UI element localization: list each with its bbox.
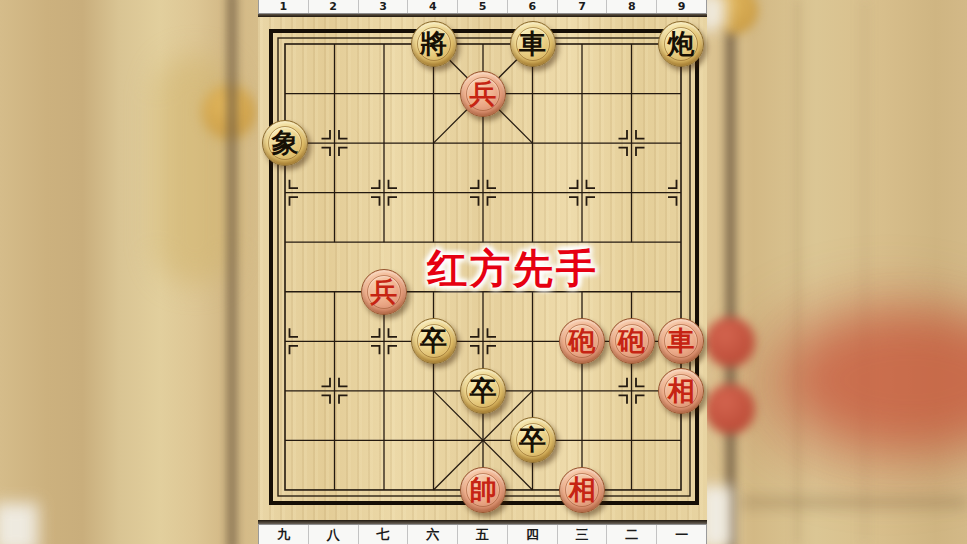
file-label: 四 bbox=[508, 525, 558, 544]
piece-glyph: 相 bbox=[569, 467, 596, 513]
piece-red-elephant-1[interactable]: 相 bbox=[658, 368, 704, 414]
backdrop-right-border-smudge bbox=[740, 498, 967, 507]
backdrop-left-board-edge-blur bbox=[228, 0, 236, 544]
piece-red-soldier-2[interactable]: 兵 bbox=[361, 269, 407, 315]
backdrop-right-board-edge-blur bbox=[726, 0, 735, 544]
piece-red-elephant-2[interactable]: 相 bbox=[559, 467, 605, 513]
file-label: 8 bbox=[607, 0, 657, 13]
red-moves-first-banner: 红方先手 bbox=[427, 241, 599, 296]
piece-black-soldier-2[interactable]: 卒 bbox=[460, 368, 506, 414]
file-label: 九 bbox=[259, 525, 309, 544]
game-panel: 123456789 將車炮兵象兵卒砲砲車卒相卒帥相 红方先手 九八七六五四三二一 bbox=[258, 0, 707, 544]
piece-red-cannon-2[interactable]: 砲 bbox=[609, 318, 655, 364]
file-label: 3 bbox=[359, 0, 409, 13]
piece-red-chariot[interactable]: 車 bbox=[658, 318, 704, 364]
file-label: 五 bbox=[458, 525, 508, 544]
piece-glyph: 車 bbox=[668, 318, 695, 364]
file-label: 六 bbox=[408, 525, 458, 544]
piece-red-soldier-1[interactable]: 兵 bbox=[460, 71, 506, 117]
file-label: 2 bbox=[309, 0, 359, 13]
piece-glyph: 兵 bbox=[470, 71, 497, 117]
file-label: 7 bbox=[558, 0, 608, 13]
file-label: 1 bbox=[259, 0, 309, 13]
file-label: 二 bbox=[607, 525, 657, 544]
piece-glyph: 象 bbox=[272, 120, 299, 166]
piece-glyph: 將 bbox=[420, 21, 447, 67]
backdrop-left-strip-blur bbox=[0, 503, 38, 544]
file-label: 一 bbox=[657, 525, 706, 544]
file-label: 七 bbox=[359, 525, 409, 544]
piece-glyph: 炮 bbox=[668, 21, 695, 67]
piece-red-general[interactable]: 帥 bbox=[460, 467, 506, 513]
backdrop-right-red-piece-blur-1 bbox=[705, 317, 755, 367]
piece-glyph: 卒 bbox=[420, 318, 447, 364]
backdrop-right-red-piece-blur-2 bbox=[705, 384, 755, 434]
piece-glyph: 車 bbox=[519, 21, 546, 67]
piece-black-chariot[interactable]: 車 bbox=[510, 21, 556, 67]
piece-glyph: 相 bbox=[668, 368, 695, 414]
piece-glyph: 卒 bbox=[470, 368, 497, 414]
piece-red-cannon-1[interactable]: 砲 bbox=[559, 318, 605, 364]
piece-glyph: 帥 bbox=[470, 467, 497, 513]
file-numbers-bottom: 九八七六五四三二一 bbox=[258, 524, 707, 544]
file-label: 9 bbox=[657, 0, 706, 13]
backdrop-right-grid-smudge bbox=[795, 0, 800, 544]
file-numbers-top: 123456789 bbox=[258, 0, 707, 14]
piece-glyph: 卒 bbox=[519, 417, 546, 463]
piece-black-cannon[interactable]: 炮 bbox=[658, 21, 704, 67]
piece-black-general[interactable]: 將 bbox=[411, 21, 457, 67]
file-label: 4 bbox=[408, 0, 458, 13]
piece-glyph: 砲 bbox=[618, 318, 645, 364]
file-label: 6 bbox=[508, 0, 558, 13]
file-label: 八 bbox=[309, 525, 359, 544]
piece-glyph: 砲 bbox=[569, 318, 596, 364]
piece-black-elephant[interactable]: 象 bbox=[262, 120, 308, 166]
screenshot: 123456789 將車炮兵象兵卒砲砲車卒相卒帥相 红方先手 九八七六五四三二一 bbox=[0, 0, 967, 544]
piece-glyph: 兵 bbox=[371, 269, 398, 315]
piece-black-soldier-1[interactable]: 卒 bbox=[411, 318, 457, 364]
piece-black-soldier-3[interactable]: 卒 bbox=[510, 417, 556, 463]
file-label: 5 bbox=[458, 0, 508, 13]
file-label: 三 bbox=[558, 525, 608, 544]
